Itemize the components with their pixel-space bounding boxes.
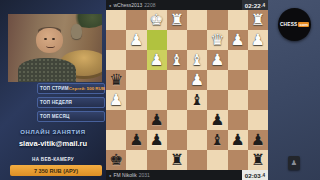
top-month-row: ТОП МЕСЯЦ — [37, 111, 105, 122]
square-h1[interactable] — [106, 10, 126, 30]
square-a1[interactable]: ♜ — [248, 10, 268, 30]
top-player-color-indicator: ● — [109, 3, 111, 8]
square-c2[interactable]: ♛ — [207, 30, 227, 50]
piece-white-rook-e1: ♜ — [170, 12, 184, 28]
square-e3[interactable]: ♝ — [167, 50, 187, 70]
square-f3[interactable]: ♟ — [147, 50, 167, 70]
piece-black-rook-e8: ♜ — [170, 152, 184, 168]
square-c1[interactable] — [207, 10, 227, 30]
square-c3[interactable]: ♟ — [207, 50, 227, 70]
square-a6[interactable] — [248, 110, 268, 130]
top-player-clock: 02:22.4 — [242, 0, 268, 10]
square-f5[interactable] — [147, 90, 167, 110]
top-stream-label: ТОП СТРИМ — [40, 86, 69, 91]
contact-email[interactable]: slava-vitik@mail.ru — [0, 139, 106, 148]
square-g8[interactable] — [126, 150, 146, 170]
square-a3[interactable] — [248, 50, 268, 70]
piece-white-pawn-a2: ♟ — [251, 32, 265, 48]
chesscom-logo-com-badge: com — [298, 22, 309, 27]
streamer-body — [18, 58, 76, 82]
square-c4[interactable] — [207, 70, 227, 90]
webcam-teddy-bear — [71, 24, 82, 39]
top-week-row: ТОП НЕДЕЛЯ — [37, 97, 105, 108]
square-e8[interactable]: ♜ — [167, 150, 187, 170]
bottom-clock-tenths: .4 — [261, 173, 265, 179]
square-e5[interactable] — [167, 90, 187, 110]
top-player-username[interactable]: wChess2013 — [113, 2, 142, 8]
piece-white-pawn-g2: ♟ — [129, 32, 143, 48]
piece-black-rook-a8: ♜ — [251, 152, 265, 168]
square-h3[interactable] — [106, 50, 126, 70]
square-g6[interactable] — [126, 110, 146, 130]
top-player-rating: 2208 — [144, 2, 155, 8]
square-g4[interactable] — [126, 70, 146, 90]
piece-black-pawn-g7: ♟ — [129, 132, 143, 148]
piece-white-bishop-e3: ♝ — [170, 52, 184, 68]
bottom-player-name: ● FM Nikolik 2031 — [109, 172, 150, 178]
square-b6[interactable] — [228, 110, 248, 130]
online-classes-label: ОНЛАЙН ЗАНЯТИЯ — [0, 129, 106, 135]
left-info-panel: ТОП СТРИМ Сергей: 500 RUB ТОП НЕДЕЛЯ ТОП… — [0, 0, 106, 180]
piece-black-pawn-a7: ♟ — [251, 132, 265, 148]
piece-black-pawn-b7: ♟ — [231, 132, 245, 148]
square-d2[interactable] — [187, 30, 207, 50]
square-f4[interactable] — [147, 70, 167, 90]
square-d1[interactable] — [187, 10, 207, 30]
piece-white-pawn-d4: ♟ — [190, 72, 204, 88]
square-h2[interactable] — [106, 30, 126, 50]
piece-white-rook-a1: ♜ — [251, 12, 265, 28]
piece-black-pawn-f6: ♟ — [150, 112, 164, 128]
piece-white-pawn-f3: ♟ — [150, 52, 164, 68]
sidebar-pawn-icon: ♟ — [288, 156, 300, 170]
square-b7[interactable]: ♟ — [228, 130, 248, 150]
square-g1[interactable] — [126, 10, 146, 30]
piece-black-pawn-c6: ♟ — [210, 112, 224, 128]
square-a4[interactable] — [248, 70, 268, 90]
top-week-label: ТОП НЕДЕЛЯ — [40, 100, 72, 105]
square-d6[interactable] — [187, 110, 207, 130]
square-g5[interactable] — [126, 90, 146, 110]
square-f2[interactable] — [147, 30, 167, 50]
bottom-player-color-indicator: ● — [109, 173, 111, 178]
streamer-smile — [46, 44, 55, 48]
square-f7[interactable]: ♟ — [147, 130, 167, 150]
piece-white-bishop-d3: ♝ — [190, 52, 204, 68]
right-sidebar: CHESS com ♟ — [268, 0, 320, 180]
square-g2[interactable]: ♟ — [126, 30, 146, 50]
square-b5[interactable] — [228, 90, 248, 110]
square-b2[interactable]: ♟ — [228, 30, 248, 50]
piece-black-bishop-d5: ♝ — [190, 92, 204, 108]
square-a5[interactable] — [248, 90, 268, 110]
donation-bar[interactable]: 7 350 RUB (АРУ) — [10, 165, 102, 176]
square-e4[interactable] — [167, 70, 187, 90]
chess-board: ♚♜♜♟♛♟♟♟♝♝♟♛♟♟♝♟♟♟♟♝♟♟♚♜♜ — [106, 10, 268, 170]
top-stream-row: ТОП СТРИМ Сергей: 500 RUB — [37, 83, 105, 94]
piece-black-bishop-c7: ♝ — [210, 132, 224, 148]
piece-white-pawn-h5: ♟ — [109, 92, 123, 108]
square-g3[interactable] — [126, 50, 146, 70]
square-d3[interactable]: ♝ — [187, 50, 207, 70]
streamer-eye-left — [44, 38, 47, 40]
top-stream-value: Сергей: 500 RUB — [69, 86, 105, 91]
square-f8[interactable] — [147, 150, 167, 170]
streamer-face — [36, 28, 63, 53]
square-h5[interactable]: ♟ — [106, 90, 126, 110]
bottom-player-username[interactable]: FM Nikolik — [113, 172, 136, 178]
stream-overlay: ТОП СТРИМ Сергей: 500 RUB ТОП НЕДЕЛЯ ТОП… — [0, 0, 320, 180]
square-c7[interactable]: ♝ — [207, 130, 227, 150]
square-f1[interactable]: ♚ — [147, 10, 167, 30]
square-f6[interactable]: ♟ — [147, 110, 167, 130]
square-b8[interactable] — [228, 150, 248, 170]
piece-white-queen-c2: ♛ — [210, 32, 224, 48]
webcam-feed — [8, 14, 102, 82]
square-h6[interactable] — [106, 110, 126, 130]
square-d4[interactable]: ♟ — [187, 70, 207, 90]
square-c5[interactable] — [207, 90, 227, 110]
square-d5[interactable]: ♝ — [187, 90, 207, 110]
square-g7[interactable]: ♟ — [126, 130, 146, 150]
top-player-bar: ● wChess2013 2208 02:22.4 — [106, 0, 268, 10]
webcam-caption: НА ВЕБ-КАМЕРУ — [0, 157, 106, 162]
top-clock-tenths: .4 — [261, 3, 265, 9]
top-month-label: ТОП МЕСЯЦ — [40, 114, 70, 119]
square-c8[interactable] — [207, 150, 227, 170]
chesscom-logo-text: CHESS — [280, 22, 298, 27]
square-d8[interactable] — [187, 150, 207, 170]
square-a2[interactable]: ♟ — [248, 30, 268, 50]
square-h7[interactable] — [106, 130, 126, 150]
piece-black-pawn-f7: ♟ — [150, 132, 164, 148]
square-b3[interactable] — [228, 50, 248, 70]
square-e7[interactable] — [167, 130, 187, 150]
piece-black-queen-h4: ♛ — [109, 72, 123, 88]
square-a7[interactable]: ♟ — [248, 130, 268, 150]
square-h8[interactable]: ♚ — [106, 150, 126, 170]
piece-white-king-f1: ♚ — [150, 12, 164, 28]
square-e6[interactable] — [167, 110, 187, 130]
piece-white-pawn-b2: ♟ — [231, 32, 245, 48]
square-a8[interactable]: ♜ — [248, 150, 268, 170]
top-player-name: ● wChess2013 2208 — [109, 2, 155, 8]
bottom-player-bar: ● FM Nikolik 2031 02:03.4 — [106, 170, 268, 180]
bottom-player-rating: 2031 — [139, 172, 150, 178]
piece-black-king-h8: ♚ — [109, 152, 123, 168]
chesscom-logo[interactable]: CHESS com — [278, 8, 311, 41]
bottom-player-clock: 02:03.4 — [242, 170, 268, 180]
square-e2[interactable] — [167, 30, 187, 50]
piece-white-pawn-c3: ♟ — [210, 52, 224, 68]
square-d7[interactable] — [187, 130, 207, 150]
square-c6[interactable]: ♟ — [207, 110, 227, 130]
streamer-eye-right — [52, 38, 55, 40]
square-e1[interactable]: ♜ — [167, 10, 187, 30]
square-b1[interactable] — [228, 10, 248, 30]
square-h4[interactable]: ♛ — [106, 70, 126, 90]
square-b4[interactable] — [228, 70, 248, 90]
